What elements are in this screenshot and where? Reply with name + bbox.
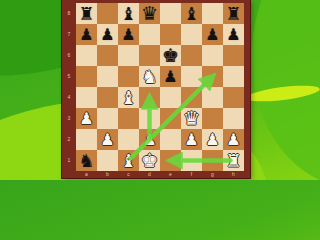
square-a7[interactable]: ♟ xyxy=(76,24,97,45)
square-e4[interactable] xyxy=(160,87,181,108)
rank-label-6: 6 xyxy=(62,45,76,66)
black-bishop-f8[interactable]: ♝ xyxy=(181,3,202,24)
file-label-a: a xyxy=(76,171,97,178)
square-g7[interactable]: ♟ xyxy=(202,24,223,45)
square-g6[interactable] xyxy=(202,45,223,66)
black-rook-a8[interactable]: ♜ xyxy=(76,3,97,24)
square-d7[interactable] xyxy=(139,24,160,45)
square-b4[interactable] xyxy=(97,87,118,108)
white-pawn-f2[interactable]: ♟ xyxy=(181,129,202,150)
rank-label-4: 4 xyxy=(62,87,76,108)
square-f7[interactable] xyxy=(181,24,202,45)
square-c3[interactable] xyxy=(118,108,139,129)
white-knight-d5[interactable]: ♞ xyxy=(139,66,160,87)
square-b7[interactable]: ♟ xyxy=(97,24,118,45)
square-h6[interactable] xyxy=(223,45,244,66)
black-pawn-e5[interactable]: ♟ xyxy=(160,66,181,87)
square-a4[interactable] xyxy=(76,87,97,108)
square-h4[interactable] xyxy=(223,87,244,108)
square-d6[interactable] xyxy=(139,45,160,66)
square-d8[interactable]: ♛ xyxy=(139,3,160,24)
black-queen-d8[interactable]: ♛ xyxy=(139,3,160,24)
black-pawn-g7[interactable]: ♟ xyxy=(202,24,223,45)
square-e6[interactable]: ♚ xyxy=(160,45,181,66)
square-c2[interactable] xyxy=(118,129,139,150)
white-bishop-c4[interactable]: ♝ xyxy=(118,87,139,108)
square-g4[interactable] xyxy=(202,87,223,108)
square-d1[interactable]: ♚ xyxy=(139,150,160,171)
square-c5[interactable] xyxy=(118,66,139,87)
square-f1[interactable] xyxy=(181,150,202,171)
file-label-e: e xyxy=(160,171,181,178)
square-d3[interactable] xyxy=(139,108,160,129)
white-pawn-d2[interactable]: ♟ xyxy=(139,129,160,150)
square-a6[interactable] xyxy=(76,45,97,66)
square-g1[interactable] xyxy=(202,150,223,171)
file-label-f: f xyxy=(181,171,202,178)
file-label-g: g xyxy=(202,171,223,178)
board-squares: ♜♝♛♝♜♟♟♟♟♟♚♞♟♝♟♛♟♟♟♟♟♞♝♚♜ xyxy=(76,3,244,171)
white-pawn-g2[interactable]: ♟ xyxy=(202,129,223,150)
rank-label-7: 7 xyxy=(62,24,76,45)
square-b6[interactable] xyxy=(97,45,118,66)
square-g2[interactable]: ♟ xyxy=(202,129,223,150)
black-knight-a1[interactable]: ♞ xyxy=(76,150,97,171)
black-king-e6[interactable]: ♚ xyxy=(160,45,181,66)
rank-label-5: 5 xyxy=(62,66,76,87)
square-h7[interactable]: ♟ xyxy=(223,24,244,45)
black-pawn-c7[interactable]: ♟ xyxy=(118,24,139,45)
square-d2[interactable]: ♟ xyxy=(139,129,160,150)
square-g3[interactable] xyxy=(202,108,223,129)
square-b1[interactable] xyxy=(97,150,118,171)
black-rook-h8[interactable]: ♜ xyxy=(223,3,244,24)
black-pawn-h7[interactable]: ♟ xyxy=(223,24,244,45)
rank-label-2: 2 xyxy=(62,129,76,150)
white-king-d1[interactable]: ♚ xyxy=(139,150,160,171)
square-f3[interactable]: ♛ xyxy=(181,108,202,129)
square-h3[interactable] xyxy=(223,108,244,129)
square-f8[interactable]: ♝ xyxy=(181,3,202,24)
square-e1[interactable] xyxy=(160,150,181,171)
square-f6[interactable] xyxy=(181,45,202,66)
square-b8[interactable] xyxy=(97,3,118,24)
square-c7[interactable]: ♟ xyxy=(118,24,139,45)
square-c1[interactable]: ♝ xyxy=(118,150,139,171)
file-label-d: d xyxy=(139,171,160,178)
square-d4[interactable] xyxy=(139,87,160,108)
white-pawn-b2[interactable]: ♟ xyxy=(97,129,118,150)
rank-label-8: 8 xyxy=(62,3,76,24)
square-e8[interactable] xyxy=(160,3,181,24)
square-g5[interactable] xyxy=(202,66,223,87)
white-pawn-a3[interactable]: ♟ xyxy=(76,108,97,129)
white-queen-f3[interactable]: ♛ xyxy=(181,108,202,129)
square-e5[interactable]: ♟ xyxy=(160,66,181,87)
square-c6[interactable] xyxy=(118,45,139,66)
black-pawn-a7[interactable]: ♟ xyxy=(76,24,97,45)
video-thumbnail-canvas: { "game": "chess", "position": "r1bq1b1r… xyxy=(0,0,320,180)
square-c4[interactable]: ♝ xyxy=(118,87,139,108)
black-pawn-b7[interactable]: ♟ xyxy=(97,24,118,45)
square-g8[interactable] xyxy=(202,3,223,24)
square-e7[interactable] xyxy=(160,24,181,45)
square-f2[interactable]: ♟ xyxy=(181,129,202,150)
square-c8[interactable]: ♝ xyxy=(118,3,139,24)
square-b3[interactable] xyxy=(97,108,118,129)
square-d5[interactable]: ♞ xyxy=(139,66,160,87)
square-e2[interactable] xyxy=(160,129,181,150)
white-rook-h1[interactable]: ♜ xyxy=(223,150,244,171)
square-e3[interactable] xyxy=(160,108,181,129)
square-a2[interactable] xyxy=(76,129,97,150)
square-b2[interactable]: ♟ xyxy=(97,129,118,150)
square-a5[interactable] xyxy=(76,66,97,87)
file-label-c: c xyxy=(118,171,139,178)
square-h8[interactable]: ♜ xyxy=(223,3,244,24)
square-h5[interactable] xyxy=(223,66,244,87)
file-label-h: h xyxy=(223,171,244,178)
square-f4[interactable] xyxy=(181,87,202,108)
file-label-b: b xyxy=(97,171,118,178)
rank-label-3: 3 xyxy=(62,108,76,129)
white-bishop-c1[interactable]: ♝ xyxy=(118,150,139,171)
chess-board: 87654321 abcdefgh ♜♝♛♝♜♟♟♟♟♟♚♞♟♝♟♛♟♟♟♟♟♞… xyxy=(62,0,250,178)
rank-label-1: 1 xyxy=(62,150,76,171)
black-bishop-c8[interactable]: ♝ xyxy=(118,3,139,24)
square-a8[interactable]: ♜ xyxy=(76,3,97,24)
square-a3[interactable]: ♟ xyxy=(76,108,97,129)
square-h1[interactable]: ♜ xyxy=(223,150,244,171)
square-h2[interactable]: ♟ xyxy=(223,129,244,150)
square-a1[interactable]: ♞ xyxy=(76,150,97,171)
white-pawn-h2[interactable]: ♟ xyxy=(223,129,244,150)
square-f5[interactable] xyxy=(181,66,202,87)
square-b5[interactable] xyxy=(97,66,118,87)
